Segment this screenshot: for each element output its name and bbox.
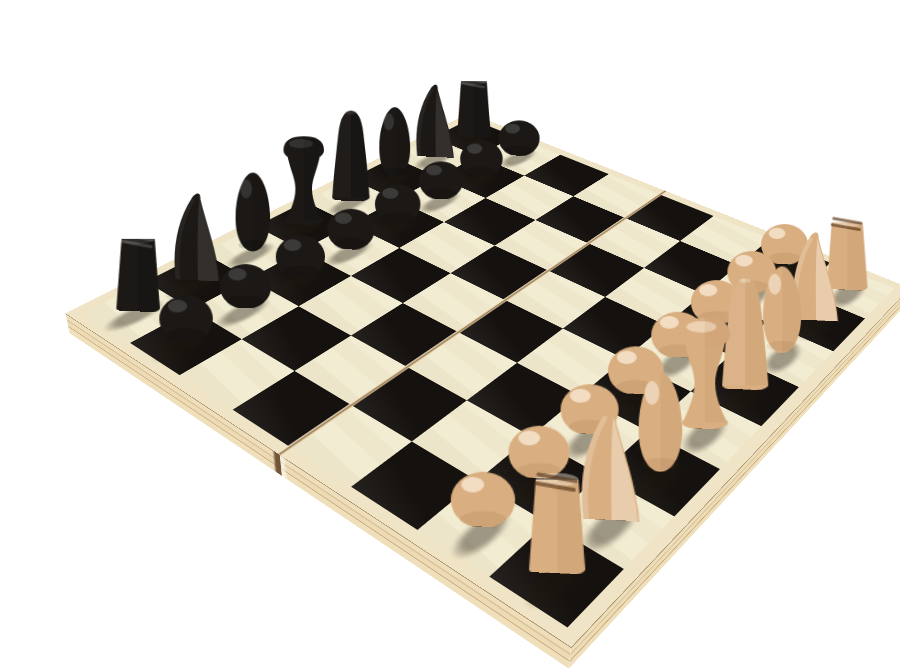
pawn-glyph xyxy=(418,159,464,201)
pawn-glyph xyxy=(459,138,503,179)
chess-set-photo xyxy=(0,0,900,668)
pawn-glyph xyxy=(275,232,326,279)
bishop-glyph xyxy=(373,105,416,180)
pawn-glyph xyxy=(326,206,375,251)
knight-glyph xyxy=(170,191,226,282)
queen-glyph xyxy=(280,135,328,227)
chessboard-3d-stage xyxy=(205,0,805,600)
pawn-glyph xyxy=(219,261,272,310)
pawn-glyph xyxy=(498,118,541,157)
rook-glyph xyxy=(521,464,593,576)
bishop-glyph xyxy=(229,170,277,254)
pawn-glyph xyxy=(158,292,214,343)
pawn-glyph xyxy=(374,181,421,225)
pawn-glyph xyxy=(450,468,517,530)
king-glyph xyxy=(329,109,373,203)
chessboard xyxy=(65,113,900,647)
knight-glyph xyxy=(413,83,459,159)
